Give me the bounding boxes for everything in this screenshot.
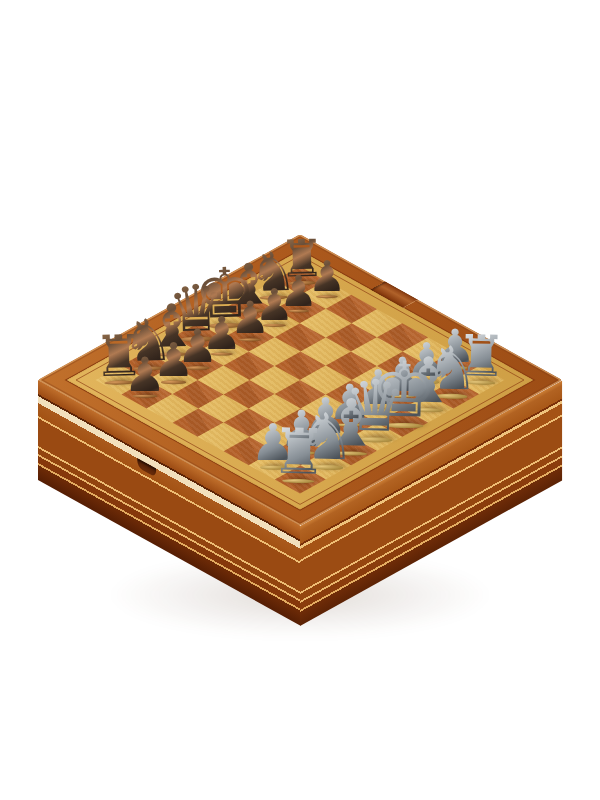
- drawer-finger-notch: [138, 458, 157, 477]
- chess-set-photo: ♜♞♟♝♟♚♟♛♟♝♟♞♟♟♜♟♟♜♟♟♞♟♝♟♚♟♛♟♝♟♞♜: [0, 0, 600, 800]
